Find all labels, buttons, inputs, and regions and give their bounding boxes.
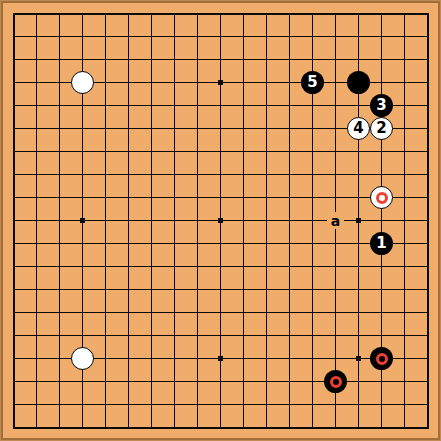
grid-line <box>14 243 428 244</box>
stone-white-move-2: 2 <box>370 117 393 140</box>
grid-line <box>14 312 428 313</box>
star-point <box>218 218 223 223</box>
stone-black-marked <box>324 370 347 393</box>
grid-line <box>14 266 428 267</box>
go-diagram: 53421a <box>0 0 441 441</box>
star-point <box>80 218 85 223</box>
stone-black-move-3: 3 <box>370 94 393 117</box>
board-frame: 53421a <box>0 0 441 441</box>
board-grid: 53421a <box>2 2 439 439</box>
stone-white <box>71 71 94 94</box>
stone-white-marked <box>370 186 393 209</box>
circle-marker-icon <box>330 376 342 388</box>
stone-white <box>71 347 94 370</box>
stone-black-move-1: 1 <box>370 232 393 255</box>
grid-line <box>14 381 428 382</box>
stone-white-move-4: 4 <box>347 117 370 140</box>
grid-line <box>14 335 428 336</box>
circle-marker-icon <box>376 353 388 365</box>
grid-line <box>266 14 267 428</box>
star-point <box>218 80 223 85</box>
stone-black <box>347 71 370 94</box>
grid-line <box>243 14 244 428</box>
point-label-text: a <box>327 212 344 229</box>
grid-line <box>289 14 290 428</box>
circle-marker-icon <box>376 192 388 204</box>
grid-line <box>404 14 405 428</box>
star-point <box>356 356 361 361</box>
stone-black-move-5: 5 <box>301 71 324 94</box>
grid-line <box>14 289 428 290</box>
star-point <box>356 218 361 223</box>
grid-line <box>14 404 428 405</box>
star-point <box>218 356 223 361</box>
point-label-a: a <box>324 209 347 232</box>
stone-black-marked <box>370 347 393 370</box>
